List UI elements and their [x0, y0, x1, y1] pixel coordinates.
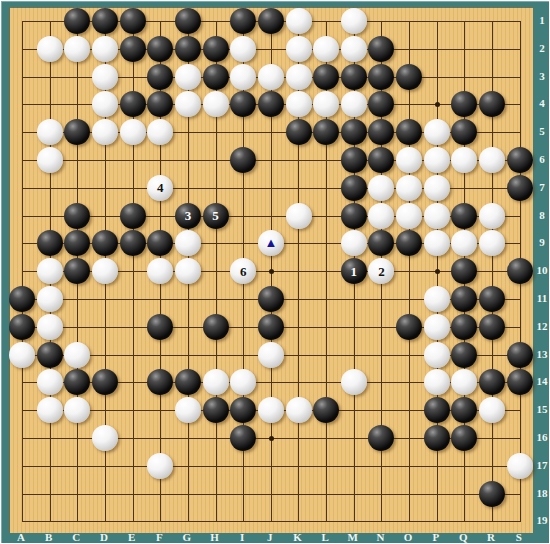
black-stone-G1: [175, 8, 201, 34]
black-stone-D1: [92, 8, 118, 34]
black-stone-H15: [203, 397, 229, 423]
row-label-17: 17: [537, 459, 548, 471]
black-stone-J1: [258, 8, 284, 34]
black-stone-E1: [120, 8, 146, 34]
row-label-5: 5: [539, 125, 545, 137]
white-stone-M14: [341, 369, 367, 395]
white-stone-P12: [424, 314, 450, 340]
black-stone-N2: [368, 36, 394, 62]
go-diagram: 435▲612 ABCDEFGHIJKLMNOPQRS 123456789101…: [0, 0, 550, 544]
row-label-1: 1: [539, 14, 545, 26]
white-stone-R8: [479, 203, 505, 229]
black-stone-C1: [64, 8, 90, 34]
col-label-D: D: [100, 531, 108, 543]
white-stone-H14: [203, 369, 229, 395]
white-stone-M4: [341, 91, 367, 117]
white-stone-B10: [37, 258, 63, 284]
col-label-A: A: [17, 531, 25, 543]
black-stone-Q8: [451, 203, 477, 229]
black-stone-J12: [258, 314, 284, 340]
white-stone-H4: [203, 91, 229, 117]
white-stone-G15: [175, 397, 201, 423]
white-stone-D4: [92, 91, 118, 117]
white-stone-L2: [313, 36, 339, 62]
black-stone-S13: [507, 342, 533, 368]
white-stone-O8: [396, 203, 422, 229]
white-stone-D5: [92, 119, 118, 145]
col-label-E: E: [128, 531, 135, 543]
white-stone-B6: [37, 147, 63, 173]
black-stone-S10: [507, 258, 533, 284]
col-label-M: M: [348, 531, 358, 543]
black-stone-J11: [258, 286, 284, 312]
white-stone-B5: [37, 119, 63, 145]
row-label-9: 9: [539, 236, 545, 248]
white-stone-Q6: [451, 147, 477, 173]
black-stone-Q13: [451, 342, 477, 368]
star-point: [269, 269, 274, 274]
white-stone-P5: [424, 119, 450, 145]
row-label-19: 19: [537, 514, 548, 526]
black-stone-G14: [175, 369, 201, 395]
black-stone-Q15: [451, 397, 477, 423]
black-stone-S7: [507, 175, 533, 201]
white-stone-B11: [37, 286, 63, 312]
white-stone-J15: [258, 397, 284, 423]
black-stone-N4: [368, 91, 394, 117]
black-stone-I4: [230, 91, 256, 117]
white-stone-G4: [175, 91, 201, 117]
white-stone-O6: [396, 147, 422, 173]
white-stone-K2: [286, 36, 312, 62]
triangle-marker: ▲: [264, 236, 277, 249]
white-stone-R9: [479, 230, 505, 256]
black-stone-D9: [92, 230, 118, 256]
black-stone-J4: [258, 91, 284, 117]
black-stone-D14: [92, 369, 118, 395]
teal-frame: 435▲612 ABCDEFGHIJKLMNOPQRS 123456789101…: [1, 1, 549, 543]
black-stone-F9: [147, 230, 173, 256]
white-stone-N10: 2: [368, 258, 394, 284]
white-stone-O7: [396, 175, 422, 201]
black-stone-N9: [368, 230, 394, 256]
black-stone-A11: [9, 286, 35, 312]
col-label-P: P: [432, 531, 439, 543]
col-label-G: G: [183, 531, 192, 543]
black-stone-F2: [147, 36, 173, 62]
star-point: [269, 436, 274, 441]
black-stone-R18: [479, 481, 505, 507]
black-stone-C8: [64, 203, 90, 229]
black-stone-G8: 3: [175, 203, 201, 229]
black-stone-I1: [230, 8, 256, 34]
black-stone-Q12: [451, 314, 477, 340]
row-label-14: 14: [537, 375, 548, 387]
row-label-12: 12: [537, 320, 548, 332]
white-stone-K4: [286, 91, 312, 117]
white-stone-G3: [175, 64, 201, 90]
black-stone-F12: [147, 314, 173, 340]
black-stone-F4: [147, 91, 173, 117]
black-stone-O12: [396, 314, 422, 340]
black-stone-M7: [341, 175, 367, 201]
white-stone-B15: [37, 397, 63, 423]
col-label-Q: Q: [459, 531, 468, 543]
white-stone-F5: [147, 119, 173, 145]
col-label-O: O: [404, 531, 413, 543]
move-number-2: 2: [378, 265, 385, 278]
white-stone-Q9: [451, 230, 477, 256]
black-stone-L5: [313, 119, 339, 145]
row-label-13: 13: [537, 348, 548, 360]
white-stone-C2: [64, 36, 90, 62]
white-stone-D2: [92, 36, 118, 62]
black-stone-Q5: [451, 119, 477, 145]
black-stone-P16: [424, 425, 450, 451]
white-stone-D3: [92, 64, 118, 90]
black-stone-A12: [9, 314, 35, 340]
black-stone-M5: [341, 119, 367, 145]
white-stone-R15: [479, 397, 505, 423]
white-stone-C13: [64, 342, 90, 368]
white-stone-D16: [92, 425, 118, 451]
black-stone-O5: [396, 119, 422, 145]
white-stone-S17: [507, 453, 533, 479]
black-stone-O3: [396, 64, 422, 90]
black-stone-B13: [37, 342, 63, 368]
white-stone-K3: [286, 64, 312, 90]
row-label-2: 2: [539, 42, 545, 54]
white-stone-B14: [37, 369, 63, 395]
black-stone-C5: [64, 119, 90, 145]
black-stone-B9: [37, 230, 63, 256]
white-stone-K8: [286, 203, 312, 229]
black-stone-E4: [120, 91, 146, 117]
white-stone-G9: [175, 230, 201, 256]
black-stone-S6: [507, 147, 533, 173]
move-number-6: 6: [240, 265, 247, 278]
row-label-11: 11: [537, 292, 547, 304]
white-stone-P14: [424, 369, 450, 395]
black-stone-N5: [368, 119, 394, 145]
black-stone-H8: 5: [203, 203, 229, 229]
black-stone-F14: [147, 369, 173, 395]
white-stone-I2: [230, 36, 256, 62]
col-label-J: J: [267, 531, 273, 543]
black-stone-H3: [203, 64, 229, 90]
white-stone-P8: [424, 203, 450, 229]
row-label-3: 3: [539, 70, 545, 82]
white-stone-P6: [424, 147, 450, 173]
black-stone-M3: [341, 64, 367, 90]
white-stone-P13: [424, 342, 450, 368]
white-stone-J9: ▲: [258, 230, 284, 256]
col-label-I: I: [240, 531, 244, 543]
white-stone-P11: [424, 286, 450, 312]
white-stone-I3: [230, 64, 256, 90]
col-label-R: R: [487, 531, 495, 543]
black-stone-R14: [479, 369, 505, 395]
white-stone-F10: [147, 258, 173, 284]
white-stone-J3: [258, 64, 284, 90]
white-stone-K1: [286, 8, 312, 34]
row-label-15: 15: [537, 403, 548, 415]
white-stone-N8: [368, 203, 394, 229]
black-stone-E9: [120, 230, 146, 256]
black-stone-I16: [230, 425, 256, 451]
white-stone-I14: [230, 369, 256, 395]
black-stone-O9: [396, 230, 422, 256]
black-stone-N16: [368, 425, 394, 451]
white-stone-R6: [479, 147, 505, 173]
move-number-5: 5: [212, 209, 219, 222]
black-stone-S14: [507, 369, 533, 395]
black-stone-Q10: [451, 258, 477, 284]
col-label-L: L: [321, 531, 328, 543]
black-stone-P15: [424, 397, 450, 423]
go-board[interactable]: 435▲612: [9, 7, 533, 533]
white-stone-J13: [258, 342, 284, 368]
black-stone-H12: [203, 314, 229, 340]
black-stone-M6: [341, 147, 367, 173]
white-stone-N7: [368, 175, 394, 201]
black-stone-I6: [230, 147, 256, 173]
white-stone-K15: [286, 397, 312, 423]
black-stone-R12: [479, 314, 505, 340]
black-stone-K5: [286, 119, 312, 145]
black-stone-E8: [120, 203, 146, 229]
white-stone-B2: [37, 36, 63, 62]
black-stone-C14: [64, 369, 90, 395]
white-stone-Q14: [451, 369, 477, 395]
col-label-H: H: [210, 531, 219, 543]
white-stone-M9: [341, 230, 367, 256]
white-stone-F17: [147, 453, 173, 479]
black-stone-L15: [313, 397, 339, 423]
black-stone-Q16: [451, 425, 477, 451]
white-stone-G10: [175, 258, 201, 284]
star-point: [435, 102, 440, 107]
black-stone-Q4: [451, 91, 477, 117]
col-label-B: B: [45, 531, 52, 543]
white-stone-P9: [424, 230, 450, 256]
black-stone-M8: [341, 203, 367, 229]
white-stone-E5: [120, 119, 146, 145]
black-stone-C9: [64, 230, 90, 256]
black-stone-E2: [120, 36, 146, 62]
move-number-3: 3: [185, 209, 192, 222]
move-number-1: 1: [351, 265, 358, 278]
black-stone-I15: [230, 397, 256, 423]
white-stone-D10: [92, 258, 118, 284]
white-stone-B12: [37, 314, 63, 340]
black-stone-G2: [175, 36, 201, 62]
row-label-6: 6: [539, 153, 545, 165]
white-stone-M1: [341, 8, 367, 34]
row-label-10: 10: [537, 264, 548, 276]
col-label-C: C: [72, 531, 80, 543]
white-stone-M2: [341, 36, 367, 62]
black-stone-Q11: [451, 286, 477, 312]
col-label-S: S: [516, 531, 522, 543]
white-stone-F7: 4: [147, 175, 173, 201]
white-stone-A13: [9, 342, 35, 368]
col-label-K: K: [293, 531, 302, 543]
black-stone-R11: [479, 286, 505, 312]
white-stone-I10: 6: [230, 258, 256, 284]
black-stone-N3: [368, 64, 394, 90]
col-label-F: F: [156, 531, 163, 543]
black-stone-N6: [368, 147, 394, 173]
black-stone-F3: [147, 64, 173, 90]
white-stone-P7: [424, 175, 450, 201]
row-label-18: 18: [537, 487, 548, 499]
black-stone-H2: [203, 36, 229, 62]
row-label-16: 16: [537, 431, 548, 443]
black-stone-L3: [313, 64, 339, 90]
row-label-7: 7: [539, 181, 545, 193]
move-number-4: 4: [157, 181, 164, 194]
black-stone-M10: 1: [341, 258, 367, 284]
black-stone-C10: [64, 258, 90, 284]
white-stone-C15: [64, 397, 90, 423]
star-point: [435, 269, 440, 274]
col-label-N: N: [376, 531, 384, 543]
row-label-4: 4: [539, 97, 545, 109]
row-label-8: 8: [539, 209, 545, 221]
black-stone-R4: [479, 91, 505, 117]
white-stone-L4: [313, 91, 339, 117]
